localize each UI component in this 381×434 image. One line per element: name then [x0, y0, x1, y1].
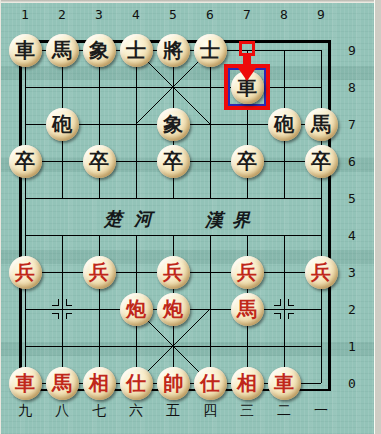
- black-soldier-glyph: 卒: [231, 145, 264, 178]
- window-top-edge: [0, 0, 381, 3]
- black-advisor[interactable]: 士: [192, 32, 229, 69]
- file-label-top-3: 3: [95, 8, 103, 21]
- black-soldier-glyph: 卒: [9, 145, 42, 178]
- red-elephant-glyph: 相: [231, 367, 264, 400]
- black-advisor-glyph: 士: [194, 34, 227, 67]
- red-advisor-glyph: 仕: [194, 367, 227, 400]
- file-label-top-4: 4: [132, 8, 140, 21]
- file-label-top-6: 6: [206, 8, 214, 21]
- red-horse[interactable]: 馬: [44, 365, 81, 402]
- red-elephant-glyph: 相: [83, 367, 116, 400]
- red-advisor-glyph: 仕: [120, 367, 153, 400]
- file-label-top-5: 5: [169, 8, 177, 21]
- red-advisor[interactable]: 仕: [118, 365, 155, 402]
- red-elephant[interactable]: 相: [81, 365, 118, 402]
- black-cannon[interactable]: 砲: [44, 106, 81, 143]
- red-chariot[interactable]: 車: [266, 365, 303, 402]
- last-move-origin-marker: [239, 41, 255, 56]
- black-advisor-glyph: 士: [120, 34, 153, 67]
- file-label-bottom-2: 八: [55, 404, 69, 417]
- black-advisor[interactable]: 士: [118, 32, 155, 69]
- red-soldier-glyph: 兵: [9, 256, 42, 289]
- rank-label-right-0: 0: [348, 377, 356, 390]
- rank-label-right-8: 8: [348, 81, 356, 94]
- window-left-edge: [0, 0, 1, 434]
- red-advisor[interactable]: 仕: [192, 365, 229, 402]
- red-cannon[interactable]: 炮: [118, 291, 155, 328]
- red-elephant[interactable]: 相: [229, 365, 266, 402]
- black-cannon-glyph: 砲: [46, 108, 79, 141]
- red-soldier-glyph: 兵: [231, 256, 264, 289]
- black-soldier[interactable]: 卒: [155, 143, 192, 180]
- file-label-bottom-9: 一: [314, 404, 328, 417]
- red-soldier[interactable]: 兵: [303, 254, 340, 291]
- red-soldier[interactable]: 兵: [81, 254, 118, 291]
- black-chariot-glyph: 車: [9, 34, 42, 67]
- black-general[interactable]: 將: [155, 32, 192, 69]
- board-grid[interactable]: 車馬象士將士車砲象砲馬卒卒卒卒卒兵兵兵兵兵炮炮馬車馬相仕帥仕相車: [7, 32, 340, 402]
- red-soldier[interactable]: 兵: [155, 254, 192, 291]
- black-elephant[interactable]: 象: [155, 106, 192, 143]
- red-chariot-glyph: 車: [268, 367, 301, 400]
- file-label-top-1: 1: [21, 8, 29, 21]
- last-move-arrowhead-icon: [238, 68, 256, 81]
- red-soldier-glyph: 兵: [83, 256, 116, 289]
- black-soldier-glyph: 卒: [83, 145, 116, 178]
- red-horse-glyph: 馬: [46, 367, 79, 400]
- file-label-top-2: 2: [58, 8, 66, 21]
- rank-label-right-9: 9: [348, 44, 356, 57]
- red-chariot-glyph: 車: [9, 367, 42, 400]
- rank-label-right-4: 4: [348, 229, 356, 242]
- red-soldier-glyph: 兵: [305, 256, 338, 289]
- red-general[interactable]: 帥: [155, 365, 192, 402]
- red-soldier[interactable]: 兵: [7, 254, 44, 291]
- red-general-glyph: 帥: [157, 367, 190, 400]
- black-horse[interactable]: 馬: [303, 106, 340, 143]
- file-label-top-7: 7: [243, 8, 251, 21]
- black-general-glyph: 將: [157, 34, 190, 67]
- black-chariot[interactable]: 車: [7, 32, 44, 69]
- red-horse-glyph: 馬: [231, 293, 264, 326]
- black-horse-glyph: 馬: [46, 34, 79, 67]
- file-label-top-9: 9: [317, 8, 325, 21]
- black-elephant-glyph: 象: [157, 108, 190, 141]
- red-chariot[interactable]: 車: [7, 365, 44, 402]
- file-label-bottom-6: 四: [203, 404, 217, 417]
- black-soldier[interactable]: 卒: [7, 143, 44, 180]
- rank-label-right-2: 2: [348, 303, 356, 316]
- rank-label-right-1: 1: [348, 340, 356, 353]
- rank-label-right-5: 5: [348, 192, 356, 205]
- file-label-bottom-3: 七: [92, 404, 106, 417]
- black-soldier[interactable]: 卒: [81, 143, 118, 180]
- black-soldier-glyph: 卒: [157, 145, 190, 178]
- file-label-bottom-7: 三: [240, 404, 254, 417]
- file-label-bottom-5: 五: [166, 404, 180, 417]
- file-label-bottom-8: 二: [277, 404, 291, 417]
- black-soldier[interactable]: 卒: [303, 143, 340, 180]
- black-cannon-glyph: 砲: [268, 108, 301, 141]
- red-cannon-glyph: 炮: [157, 293, 190, 326]
- red-cannon-glyph: 炮: [120, 293, 153, 326]
- red-soldier-glyph: 兵: [157, 256, 190, 289]
- black-cannon[interactable]: 砲: [266, 106, 303, 143]
- window-right-edge: [374, 0, 381, 434]
- file-label-bottom-4: 六: [129, 404, 143, 417]
- file-label-top-8: 8: [280, 8, 288, 21]
- xiangqi-board-window: 楚河 漢界 車馬象士將士車砲象砲馬卒卒卒卒卒兵兵兵兵兵炮炮馬車馬相仕帥仕相車 1…: [0, 0, 381, 434]
- red-cannon[interactable]: 炮: [155, 291, 192, 328]
- black-soldier-glyph: 卒: [305, 145, 338, 178]
- rank-label-right-6: 6: [348, 155, 356, 168]
- black-elephant-glyph: 象: [83, 34, 116, 67]
- rank-label-right-3: 3: [348, 266, 356, 279]
- black-elephant[interactable]: 象: [81, 32, 118, 69]
- file-label-bottom-1: 九: [18, 404, 32, 417]
- black-soldier[interactable]: 卒: [229, 143, 266, 180]
- rank-label-right-7: 7: [348, 118, 356, 131]
- black-horse-glyph: 馬: [305, 108, 338, 141]
- red-soldier[interactable]: 兵: [229, 254, 266, 291]
- red-horse[interactable]: 馬: [229, 291, 266, 328]
- black-horse[interactable]: 馬: [44, 32, 81, 69]
